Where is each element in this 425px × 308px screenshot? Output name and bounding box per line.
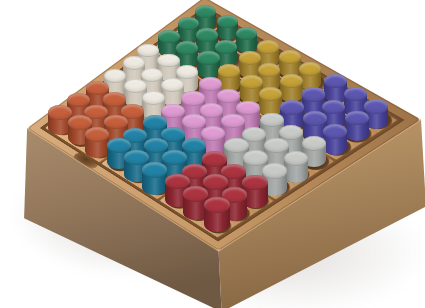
scene (0, 0, 425, 308)
